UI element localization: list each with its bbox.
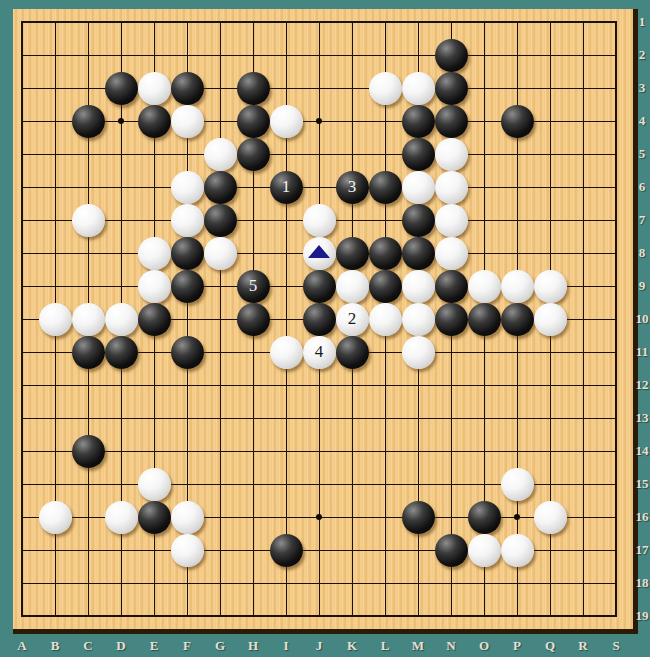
row-label-3: 3 (633, 80, 650, 96)
row-label-16: 16 (633, 509, 650, 525)
row-labels: 12345678910111213141516171819 (0, 0, 650, 657)
row-label-11: 11 (633, 344, 650, 360)
row-label-14: 14 (633, 443, 650, 459)
row-label-13: 13 (633, 410, 650, 426)
row-label-17: 17 (633, 542, 650, 558)
row-label-19: 19 (633, 608, 650, 624)
row-label-2: 2 (633, 47, 650, 63)
row-label-4: 4 (633, 113, 650, 129)
row-label-10: 10 (633, 311, 650, 327)
row-label-5: 5 (633, 146, 650, 162)
row-label-9: 9 (633, 278, 650, 294)
row-label-6: 6 (633, 179, 650, 195)
row-label-7: 7 (633, 212, 650, 228)
go-board-frame: 12345 ABCDEFGHIJKLMNOPQRS 12345678910111… (0, 0, 650, 657)
row-label-18: 18 (633, 575, 650, 591)
row-label-8: 8 (633, 245, 650, 261)
row-label-15: 15 (633, 476, 650, 492)
row-label-12: 12 (633, 377, 650, 393)
row-label-1: 1 (633, 14, 650, 30)
